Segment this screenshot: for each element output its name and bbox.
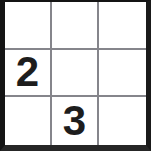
cell-r3c1[interactable] (5, 97, 52, 145)
puzzle-board: 2 3 (0, 0, 151, 151)
cell-r3c2-given-3[interactable]: 3 (52, 97, 99, 145)
cell-r1c1[interactable] (5, 2, 52, 50)
cell-r2c2[interactable] (52, 50, 99, 98)
cell-r2c1-given-2[interactable]: 2 (5, 50, 52, 98)
cell-r1c3[interactable] (99, 2, 146, 50)
cell-r2c3[interactable] (99, 50, 146, 98)
cell-r3c3[interactable] (99, 97, 146, 145)
cell-r1c2[interactable] (52, 2, 99, 50)
